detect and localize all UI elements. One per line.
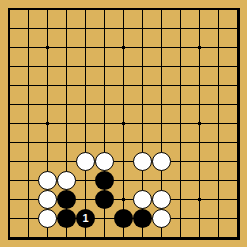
white-stone [152, 190, 171, 209]
white-stone-point [57, 171, 76, 190]
move-number-label: 1 [82, 213, 88, 224]
black-stone-point [95, 190, 114, 209]
black-stone-point [57, 209, 76, 228]
white-stone-point [38, 190, 57, 209]
black-stone-point: 1 [76, 209, 95, 228]
star-point-dot [198, 46, 201, 49]
black-stone-point [57, 190, 76, 209]
black-stone: 1 [76, 209, 95, 228]
white-stone [133, 152, 152, 171]
black-stone-point [114, 209, 133, 228]
star-point [38, 114, 57, 133]
white-stone [152, 209, 171, 228]
white-stone [76, 152, 95, 171]
white-stone [38, 209, 57, 228]
black-stone [95, 171, 114, 190]
star-point [38, 38, 57, 57]
white-stone-point [38, 171, 57, 190]
black-stone [57, 190, 76, 209]
star-point [114, 114, 133, 133]
white-stone [152, 152, 171, 171]
white-stone-point [95, 152, 114, 171]
white-stone-point [133, 152, 152, 171]
white-stone-point [152, 209, 171, 228]
white-stone [57, 171, 76, 190]
white-stone [95, 152, 114, 171]
white-stone-point [133, 190, 152, 209]
white-stone [133, 190, 152, 209]
black-stone [114, 209, 133, 228]
black-stone [133, 209, 152, 228]
board-intersections: 1 [0, 0, 247, 247]
white-stone-point [152, 152, 171, 171]
star-point-dot [198, 198, 201, 201]
star-point [190, 114, 209, 133]
star-point [114, 190, 133, 209]
black-stone-point [95, 171, 114, 190]
white-stone [38, 190, 57, 209]
white-stone-point [38, 209, 57, 228]
go-board: 1 [0, 0, 247, 247]
star-point-dot [46, 46, 49, 49]
star-point-dot [46, 122, 49, 125]
black-stone-point [133, 209, 152, 228]
white-stone [38, 171, 57, 190]
white-stone-point [76, 152, 95, 171]
star-point-dot [122, 122, 125, 125]
black-stone [95, 190, 114, 209]
star-point-dot [122, 46, 125, 49]
star-point [190, 190, 209, 209]
star-point [190, 38, 209, 57]
white-stone-point [152, 190, 171, 209]
star-point-dot [122, 198, 125, 201]
black-stone [57, 209, 76, 228]
star-point [114, 38, 133, 57]
star-point-dot [198, 122, 201, 125]
